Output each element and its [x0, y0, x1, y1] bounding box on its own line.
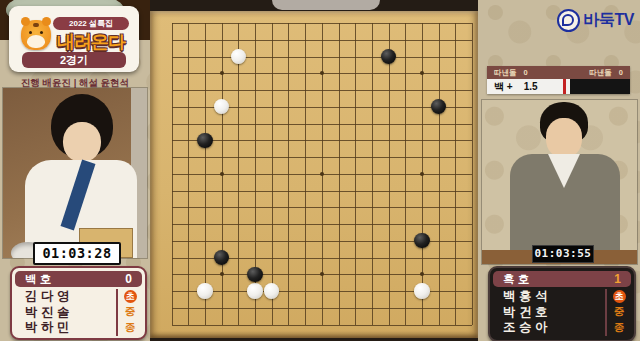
grid-line-h: [172, 325, 473, 326]
black-team-card: 흑 호 1 백 홍 석 박 건 호 조 승 아 초 중 종: [488, 266, 636, 341]
grid-line-v: [339, 23, 340, 325]
grid-line-v: [389, 23, 390, 325]
stone-white: [414, 283, 429, 298]
stone-black: [414, 233, 429, 248]
player-face: [63, 122, 101, 162]
baduktv-logo: 바둑TV: [528, 8, 634, 32]
black-captures-label: 따낸돌: [589, 68, 612, 78]
black-player-photo: [482, 100, 637, 264]
black-team-clock: 01:03:55: [532, 245, 594, 263]
player-name: 박 하 민: [15, 320, 116, 336]
star-point: [220, 172, 224, 176]
grid-line-v: [355, 23, 356, 325]
event-title: 내려온다: [47, 30, 135, 54]
star-point: [420, 272, 424, 276]
black-captures-value: 0: [619, 68, 623, 78]
grid-line-v: [472, 23, 473, 325]
player-name: 백 홍 석: [493, 289, 605, 305]
stone-white: [247, 283, 262, 298]
stage-badge-active: 초: [613, 290, 626, 303]
stone-black: [381, 49, 396, 64]
baduktv-logo-text: 바둑TV: [584, 10, 634, 31]
lead-label: 백 +: [494, 80, 513, 94]
capture-and-lead-widget: 따낸돌 0 따낸돌 0 백 + 1.5: [487, 66, 630, 94]
star-point: [220, 272, 224, 276]
stage-badge-column: 초 중 종: [116, 289, 142, 336]
stone-white: [231, 49, 246, 64]
black-team-header: 흑 호 1: [493, 271, 631, 287]
grid-line-h: [172, 191, 473, 192]
stone-white: [264, 283, 279, 298]
player-face: [546, 118, 582, 158]
star-point: [320, 172, 324, 176]
white-player-photo: [3, 88, 147, 258]
grid-line-h: [172, 207, 473, 208]
player-name: 박 진 솔: [15, 305, 116, 321]
stone-black: [431, 99, 446, 114]
grid-line-v: [439, 23, 440, 325]
winrate-bar-white: 백 + 1.5: [487, 79, 570, 94]
stage-badge: 종: [125, 321, 136, 335]
player-vest: [510, 154, 620, 250]
black-team-score: 1: [614, 272, 621, 286]
star-point: [220, 71, 224, 75]
stone-black: [197, 133, 212, 148]
white-captures-label: 따낸돌: [494, 68, 517, 78]
black-team-name: 흑 호: [503, 272, 529, 287]
white-team-card: 백 호 0 김 다 영 박 진 솔 박 하 민 초 중 종: [10, 266, 147, 340]
baduktv-emblem-icon: [557, 9, 580, 32]
stone-black: [214, 250, 229, 265]
player-name: 김 다 영: [15, 289, 116, 305]
stage-badge: 중: [614, 305, 625, 319]
winrate-bar-divider: [563, 79, 566, 94]
player-name: 박 건 호: [493, 305, 605, 321]
grid-line-v: [455, 23, 456, 325]
stage-badge: 중: [125, 305, 136, 319]
grid-line-v: [372, 23, 373, 325]
left-panel: 2022 설특집 내려온다 2경기 진행 배윤진 | 해설 윤현석 01:03:…: [0, 0, 150, 341]
broadcast-frame: 2022 설특집 내려온다 2경기 진행 배윤진 | 해설 윤현석 01:03:…: [0, 0, 640, 341]
white-team-name: 백 호: [25, 272, 51, 287]
captures-row: 따낸돌 0 따낸돌 0: [487, 66, 630, 79]
grid-line-h: [172, 224, 473, 225]
star-point: [420, 172, 424, 176]
lead-value: 1.5: [524, 81, 538, 92]
round-badge: 2경기: [22, 52, 126, 68]
white-captures-value: 0: [524, 68, 528, 78]
stone-white: [197, 283, 212, 298]
board-column: [150, 0, 478, 341]
event-logo-card: 2022 설특집 내려온다 2경기: [9, 6, 139, 72]
stone-black: [247, 267, 262, 282]
stage-badge-active: 초: [124, 290, 137, 303]
stage-badge-column: 초 중 종: [605, 289, 631, 336]
lead-bar: 백 + 1.5: [487, 79, 630, 94]
grid-line-h: [172, 308, 473, 309]
stone-white: [214, 99, 229, 114]
grid-line-v: [405, 23, 406, 325]
star-point: [320, 272, 324, 276]
star-point: [320, 71, 324, 75]
studio-backdrop-top: [272, 0, 380, 10]
player-name: 조 승 아: [493, 320, 605, 336]
go-board: [150, 11, 478, 338]
stage-badge: 종: [614, 321, 625, 335]
white-team-header: 백 호 0: [15, 271, 142, 287]
white-team-clock: 01:03:28: [33, 242, 121, 265]
star-point: [420, 71, 424, 75]
event-banner: 2022 설특집: [53, 17, 129, 30]
white-team-score: 0: [125, 272, 132, 286]
